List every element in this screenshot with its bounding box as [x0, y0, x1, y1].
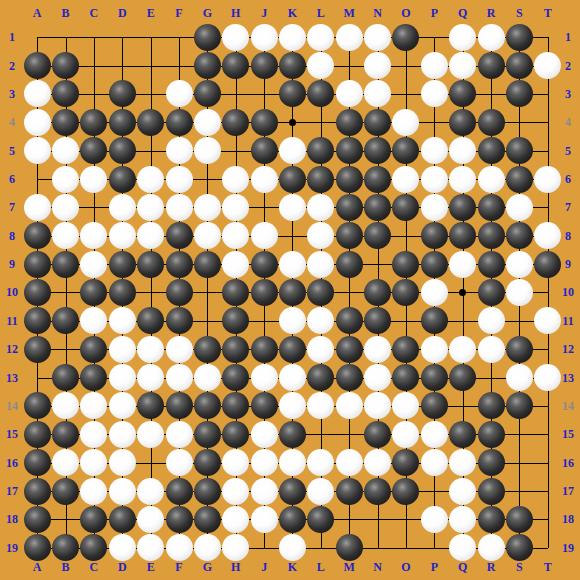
intersection-A1[interactable] [23, 23, 51, 51]
intersection-N17[interactable] [363, 477, 391, 505]
intersection-O9[interactable] [392, 250, 420, 278]
intersection-M16[interactable] [335, 449, 363, 477]
intersection-G11[interactable] [193, 307, 221, 335]
intersection-E16[interactable] [136, 449, 164, 477]
intersection-L14[interactable] [307, 392, 335, 420]
intersection-Q14[interactable] [449, 392, 477, 420]
intersection-T8[interactable] [534, 222, 562, 250]
intersection-O6[interactable] [392, 165, 420, 193]
intersection-Q7[interactable] [449, 193, 477, 221]
intersection-S15[interactable] [505, 420, 533, 448]
intersection-S18[interactable] [505, 505, 533, 533]
intersection-J7[interactable] [250, 193, 278, 221]
intersection-M4[interactable] [335, 108, 363, 136]
intersection-E18[interactable] [136, 505, 164, 533]
intersection-B14[interactable] [51, 392, 79, 420]
intersection-K9[interactable] [278, 250, 306, 278]
intersection-F1[interactable] [165, 23, 193, 51]
intersection-F10[interactable] [165, 278, 193, 306]
intersection-J10[interactable] [250, 278, 278, 306]
intersection-T19[interactable] [534, 534, 562, 562]
intersection-O18[interactable] [392, 505, 420, 533]
intersection-D17[interactable] [108, 477, 136, 505]
intersection-K8[interactable] [278, 222, 306, 250]
intersection-R10[interactable] [477, 278, 505, 306]
intersection-H1[interactable] [222, 23, 250, 51]
intersection-P16[interactable] [420, 449, 448, 477]
intersection-C15[interactable] [80, 420, 108, 448]
intersection-N4[interactable] [363, 108, 391, 136]
intersection-M11[interactable] [335, 307, 363, 335]
intersection-P18[interactable] [420, 505, 448, 533]
intersection-O14[interactable] [392, 392, 420, 420]
intersection-J12[interactable] [250, 335, 278, 363]
intersection-N15[interactable] [363, 420, 391, 448]
intersection-B9[interactable] [51, 250, 79, 278]
intersection-E10[interactable] [136, 278, 164, 306]
intersection-G2[interactable] [193, 51, 221, 79]
intersection-A13[interactable] [23, 363, 51, 391]
intersection-F7[interactable] [165, 193, 193, 221]
intersection-H4[interactable] [222, 108, 250, 136]
intersection-C19[interactable] [80, 534, 108, 562]
intersection-M13[interactable] [335, 363, 363, 391]
intersection-T9[interactable] [534, 250, 562, 278]
intersection-L18[interactable] [307, 505, 335, 533]
intersection-H8[interactable] [222, 222, 250, 250]
intersection-O7[interactable] [392, 193, 420, 221]
intersection-O12[interactable] [392, 335, 420, 363]
intersection-R4[interactable] [477, 108, 505, 136]
intersection-F11[interactable] [165, 307, 193, 335]
intersection-H5[interactable] [222, 136, 250, 164]
intersection-C12[interactable] [80, 335, 108, 363]
intersection-G10[interactable] [193, 278, 221, 306]
intersection-Q3[interactable] [449, 80, 477, 108]
intersection-O11[interactable] [392, 307, 420, 335]
intersection-G12[interactable] [193, 335, 221, 363]
intersection-G4[interactable] [193, 108, 221, 136]
intersection-S16[interactable] [505, 449, 533, 477]
intersection-P14[interactable] [420, 392, 448, 420]
intersection-J11[interactable] [250, 307, 278, 335]
intersection-P7[interactable] [420, 193, 448, 221]
intersection-O10[interactable] [392, 278, 420, 306]
intersection-C1[interactable] [80, 23, 108, 51]
intersection-Q12[interactable] [449, 335, 477, 363]
intersection-H18[interactable] [222, 505, 250, 533]
intersection-K6[interactable] [278, 165, 306, 193]
intersection-K3[interactable] [278, 80, 306, 108]
intersection-B13[interactable] [51, 363, 79, 391]
intersection-A8[interactable] [23, 222, 51, 250]
intersection-R13[interactable] [477, 363, 505, 391]
intersection-R19[interactable] [477, 534, 505, 562]
intersection-F13[interactable] [165, 363, 193, 391]
intersection-E17[interactable] [136, 477, 164, 505]
intersection-D15[interactable] [108, 420, 136, 448]
intersection-J18[interactable] [250, 505, 278, 533]
intersection-K15[interactable] [278, 420, 306, 448]
intersection-J16[interactable] [250, 449, 278, 477]
intersection-R3[interactable] [477, 80, 505, 108]
intersection-Q16[interactable] [449, 449, 477, 477]
intersection-N11[interactable] [363, 307, 391, 335]
intersection-T1[interactable] [534, 23, 562, 51]
intersection-M10[interactable] [335, 278, 363, 306]
intersection-R9[interactable] [477, 250, 505, 278]
intersection-P15[interactable] [420, 420, 448, 448]
intersection-C2[interactable] [80, 51, 108, 79]
intersection-J1[interactable] [250, 23, 278, 51]
intersection-L10[interactable] [307, 278, 335, 306]
intersection-A5[interactable] [23, 136, 51, 164]
intersection-B12[interactable] [51, 335, 79, 363]
intersection-E14[interactable] [136, 392, 164, 420]
intersection-T10[interactable] [534, 278, 562, 306]
intersection-C11[interactable] [80, 307, 108, 335]
intersection-J8[interactable] [250, 222, 278, 250]
intersection-H3[interactable] [222, 80, 250, 108]
intersection-G8[interactable] [193, 222, 221, 250]
intersection-E7[interactable] [136, 193, 164, 221]
intersection-C5[interactable] [80, 136, 108, 164]
intersection-G18[interactable] [193, 505, 221, 533]
intersection-S19[interactable] [505, 534, 533, 562]
intersection-H16[interactable] [222, 449, 250, 477]
intersection-Q8[interactable] [449, 222, 477, 250]
intersection-Q2[interactable] [449, 51, 477, 79]
intersection-K10[interactable] [278, 278, 306, 306]
intersection-S8[interactable] [505, 222, 533, 250]
intersection-P1[interactable] [420, 23, 448, 51]
intersection-E3[interactable] [136, 80, 164, 108]
intersection-S17[interactable] [505, 477, 533, 505]
intersection-T6[interactable] [534, 165, 562, 193]
intersection-L12[interactable] [307, 335, 335, 363]
intersection-P13[interactable] [420, 363, 448, 391]
intersection-B6[interactable] [51, 165, 79, 193]
intersection-M12[interactable] [335, 335, 363, 363]
intersection-G5[interactable] [193, 136, 221, 164]
intersection-J6[interactable] [250, 165, 278, 193]
intersection-F14[interactable] [165, 392, 193, 420]
intersection-K4[interactable] [278, 108, 306, 136]
intersection-D14[interactable] [108, 392, 136, 420]
intersection-J9[interactable] [250, 250, 278, 278]
intersection-R18[interactable] [477, 505, 505, 533]
intersection-E13[interactable] [136, 363, 164, 391]
intersection-H6[interactable] [222, 165, 250, 193]
intersection-S10[interactable] [505, 278, 533, 306]
intersection-B3[interactable] [51, 80, 79, 108]
intersection-L3[interactable] [307, 80, 335, 108]
intersection-D7[interactable] [108, 193, 136, 221]
intersection-G3[interactable] [193, 80, 221, 108]
intersection-C13[interactable] [80, 363, 108, 391]
intersection-Q6[interactable] [449, 165, 477, 193]
intersection-R8[interactable] [477, 222, 505, 250]
intersection-B18[interactable] [51, 505, 79, 533]
intersection-B8[interactable] [51, 222, 79, 250]
intersection-S6[interactable] [505, 165, 533, 193]
intersection-P4[interactable] [420, 108, 448, 136]
intersection-F15[interactable] [165, 420, 193, 448]
intersection-G9[interactable] [193, 250, 221, 278]
intersection-T18[interactable] [534, 505, 562, 533]
intersection-A7[interactable] [23, 193, 51, 221]
intersection-B19[interactable] [51, 534, 79, 562]
intersection-J3[interactable] [250, 80, 278, 108]
intersection-M7[interactable] [335, 193, 363, 221]
intersection-T4[interactable] [534, 108, 562, 136]
intersection-O19[interactable] [392, 534, 420, 562]
intersection-H13[interactable] [222, 363, 250, 391]
intersection-H2[interactable] [222, 51, 250, 79]
intersection-E5[interactable] [136, 136, 164, 164]
intersection-M14[interactable] [335, 392, 363, 420]
intersection-A19[interactable] [23, 534, 51, 562]
intersection-M9[interactable] [335, 250, 363, 278]
intersection-G13[interactable] [193, 363, 221, 391]
intersection-T17[interactable] [534, 477, 562, 505]
intersection-R6[interactable] [477, 165, 505, 193]
intersection-A9[interactable] [23, 250, 51, 278]
intersection-L19[interactable] [307, 534, 335, 562]
intersection-J5[interactable] [250, 136, 278, 164]
intersection-K2[interactable] [278, 51, 306, 79]
intersection-P6[interactable] [420, 165, 448, 193]
intersection-J19[interactable] [250, 534, 278, 562]
intersection-B2[interactable] [51, 51, 79, 79]
intersection-R2[interactable] [477, 51, 505, 79]
intersection-S2[interactable] [505, 51, 533, 79]
intersection-G19[interactable] [193, 534, 221, 562]
intersection-C6[interactable] [80, 165, 108, 193]
intersection-E15[interactable] [136, 420, 164, 448]
intersection-C14[interactable] [80, 392, 108, 420]
intersection-P10[interactable] [420, 278, 448, 306]
intersection-B7[interactable] [51, 193, 79, 221]
intersection-J13[interactable] [250, 363, 278, 391]
intersection-P11[interactable] [420, 307, 448, 335]
intersection-N18[interactable] [363, 505, 391, 533]
intersection-L1[interactable] [307, 23, 335, 51]
intersection-M15[interactable] [335, 420, 363, 448]
intersection-Q4[interactable] [449, 108, 477, 136]
intersection-M19[interactable] [335, 534, 363, 562]
intersection-E4[interactable] [136, 108, 164, 136]
intersection-D9[interactable] [108, 250, 136, 278]
intersection-T12[interactable] [534, 335, 562, 363]
intersection-D18[interactable] [108, 505, 136, 533]
intersection-F16[interactable] [165, 449, 193, 477]
intersection-C17[interactable] [80, 477, 108, 505]
intersection-G14[interactable] [193, 392, 221, 420]
intersection-Q18[interactable] [449, 505, 477, 533]
intersection-T11[interactable] [534, 307, 562, 335]
intersection-J14[interactable] [250, 392, 278, 420]
intersection-R14[interactable] [477, 392, 505, 420]
intersection-P17[interactable] [420, 477, 448, 505]
intersection-G1[interactable] [193, 23, 221, 51]
intersection-O13[interactable] [392, 363, 420, 391]
intersection-O1[interactable] [392, 23, 420, 51]
intersection-D8[interactable] [108, 222, 136, 250]
intersection-K11[interactable] [278, 307, 306, 335]
intersection-H17[interactable] [222, 477, 250, 505]
intersection-N6[interactable] [363, 165, 391, 193]
intersection-P5[interactable] [420, 136, 448, 164]
intersection-O2[interactable] [392, 51, 420, 79]
intersection-N3[interactable] [363, 80, 391, 108]
intersection-S9[interactable] [505, 250, 533, 278]
intersection-D5[interactable] [108, 136, 136, 164]
intersection-K5[interactable] [278, 136, 306, 164]
intersection-A17[interactable] [23, 477, 51, 505]
intersection-K19[interactable] [278, 534, 306, 562]
intersection-J15[interactable] [250, 420, 278, 448]
intersection-S11[interactable] [505, 307, 533, 335]
intersection-B16[interactable] [51, 449, 79, 477]
intersection-D13[interactable] [108, 363, 136, 391]
intersection-G6[interactable] [193, 165, 221, 193]
intersection-A6[interactable] [23, 165, 51, 193]
intersection-D2[interactable] [108, 51, 136, 79]
intersection-H19[interactable] [222, 534, 250, 562]
intersection-C8[interactable] [80, 222, 108, 250]
intersection-P3[interactable] [420, 80, 448, 108]
intersection-A3[interactable] [23, 80, 51, 108]
intersection-P19[interactable] [420, 534, 448, 562]
intersection-Q13[interactable] [449, 363, 477, 391]
intersection-K17[interactable] [278, 477, 306, 505]
intersection-A10[interactable] [23, 278, 51, 306]
intersection-E11[interactable] [136, 307, 164, 335]
intersection-A11[interactable] [23, 307, 51, 335]
intersection-E19[interactable] [136, 534, 164, 562]
intersection-T16[interactable] [534, 449, 562, 477]
intersection-H7[interactable] [222, 193, 250, 221]
intersection-H12[interactable] [222, 335, 250, 363]
intersection-A18[interactable] [23, 505, 51, 533]
intersection-F8[interactable] [165, 222, 193, 250]
intersection-P8[interactable] [420, 222, 448, 250]
intersection-N19[interactable] [363, 534, 391, 562]
intersection-D3[interactable] [108, 80, 136, 108]
intersection-E6[interactable] [136, 165, 164, 193]
intersection-E2[interactable] [136, 51, 164, 79]
intersection-O15[interactable] [392, 420, 420, 448]
intersection-C3[interactable] [80, 80, 108, 108]
intersection-M8[interactable] [335, 222, 363, 250]
intersection-M5[interactable] [335, 136, 363, 164]
intersection-F18[interactable] [165, 505, 193, 533]
intersection-M3[interactable] [335, 80, 363, 108]
intersection-Q9[interactable] [449, 250, 477, 278]
intersection-S4[interactable] [505, 108, 533, 136]
intersection-K13[interactable] [278, 363, 306, 391]
intersection-A14[interactable] [23, 392, 51, 420]
intersection-O17[interactable] [392, 477, 420, 505]
intersection-K7[interactable] [278, 193, 306, 221]
intersection-N13[interactable] [363, 363, 391, 391]
intersection-A15[interactable] [23, 420, 51, 448]
intersection-T13[interactable] [534, 363, 562, 391]
intersection-S1[interactable] [505, 23, 533, 51]
intersection-E9[interactable] [136, 250, 164, 278]
intersection-Q1[interactable] [449, 23, 477, 51]
intersection-M1[interactable] [335, 23, 363, 51]
intersection-R5[interactable] [477, 136, 505, 164]
intersection-E8[interactable] [136, 222, 164, 250]
intersection-Q10[interactable] [449, 278, 477, 306]
intersection-N16[interactable] [363, 449, 391, 477]
intersection-S13[interactable] [505, 363, 533, 391]
intersection-G7[interactable] [193, 193, 221, 221]
intersection-J17[interactable] [250, 477, 278, 505]
intersection-N12[interactable] [363, 335, 391, 363]
intersection-T7[interactable] [534, 193, 562, 221]
intersection-R15[interactable] [477, 420, 505, 448]
intersection-C7[interactable] [80, 193, 108, 221]
intersection-G17[interactable] [193, 477, 221, 505]
intersection-D12[interactable] [108, 335, 136, 363]
intersection-N9[interactable] [363, 250, 391, 278]
intersection-F17[interactable] [165, 477, 193, 505]
intersection-K14[interactable] [278, 392, 306, 420]
intersection-J2[interactable] [250, 51, 278, 79]
intersection-N2[interactable] [363, 51, 391, 79]
intersection-O8[interactable] [392, 222, 420, 250]
intersection-A16[interactable] [23, 449, 51, 477]
intersection-G15[interactable] [193, 420, 221, 448]
intersection-S14[interactable] [505, 392, 533, 420]
intersection-T2[interactable] [534, 51, 562, 79]
intersection-S5[interactable] [505, 136, 533, 164]
intersection-M18[interactable] [335, 505, 363, 533]
intersection-P12[interactable] [420, 335, 448, 363]
intersection-L6[interactable] [307, 165, 335, 193]
intersection-A12[interactable] [23, 335, 51, 363]
intersection-D6[interactable] [108, 165, 136, 193]
intersection-N10[interactable] [363, 278, 391, 306]
intersection-H11[interactable] [222, 307, 250, 335]
intersection-G16[interactable] [193, 449, 221, 477]
intersection-R7[interactable] [477, 193, 505, 221]
intersection-T14[interactable] [534, 392, 562, 420]
intersection-B5[interactable] [51, 136, 79, 164]
intersection-O3[interactable] [392, 80, 420, 108]
go-board[interactable] [23, 23, 562, 562]
intersection-C4[interactable] [80, 108, 108, 136]
intersection-N7[interactable] [363, 193, 391, 221]
intersection-D4[interactable] [108, 108, 136, 136]
intersection-R1[interactable] [477, 23, 505, 51]
intersection-B15[interactable] [51, 420, 79, 448]
intersection-K1[interactable] [278, 23, 306, 51]
intersection-O4[interactable] [392, 108, 420, 136]
intersection-H14[interactable] [222, 392, 250, 420]
intersection-D19[interactable] [108, 534, 136, 562]
intersection-E1[interactable] [136, 23, 164, 51]
intersection-L16[interactable] [307, 449, 335, 477]
intersection-F5[interactable] [165, 136, 193, 164]
intersection-F4[interactable] [165, 108, 193, 136]
intersection-T5[interactable] [534, 136, 562, 164]
intersection-Q5[interactable] [449, 136, 477, 164]
intersection-A2[interactable] [23, 51, 51, 79]
